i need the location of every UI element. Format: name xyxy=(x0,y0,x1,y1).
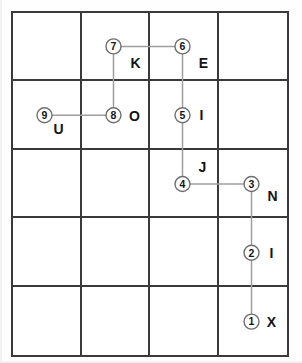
node-1: 1X xyxy=(244,314,277,330)
node-letter-1: X xyxy=(267,314,277,330)
node-4: 4J xyxy=(175,159,206,192)
node-number-8: 8 xyxy=(111,109,117,121)
node-number-9: 9 xyxy=(42,109,48,121)
puzzle-page: 1X2I3N4J5I6E7K8O9U xyxy=(0,0,302,363)
node-number-5: 5 xyxy=(180,109,186,121)
node-number-4: 4 xyxy=(180,178,186,190)
node-letter-9: U xyxy=(53,121,63,137)
node-letter-6: E xyxy=(199,55,208,71)
node-letter-3: N xyxy=(267,188,277,204)
node-2: 2I xyxy=(244,245,273,261)
node-number-1: 1 xyxy=(249,315,255,327)
node-3: 3N xyxy=(244,177,278,205)
node-7: 7K xyxy=(106,39,141,72)
node-6: 6E xyxy=(175,39,208,72)
node-number-6: 6 xyxy=(180,40,186,52)
node-number-3: 3 xyxy=(249,178,255,190)
path-overlay: 1X2I3N4J5I6E7K8O9U xyxy=(0,0,302,363)
node-letter-5: I xyxy=(200,107,204,123)
node-number-7: 7 xyxy=(111,40,117,52)
node-letter-7: K xyxy=(130,55,140,71)
node-5: 5I xyxy=(175,107,203,123)
node-number-2: 2 xyxy=(249,247,255,259)
node-letter-8: O xyxy=(129,108,140,124)
node-letter-4: J xyxy=(199,159,207,175)
node-letter-2: I xyxy=(270,245,274,261)
node-8: 8O xyxy=(106,108,140,125)
node-9: 9U xyxy=(37,108,64,138)
